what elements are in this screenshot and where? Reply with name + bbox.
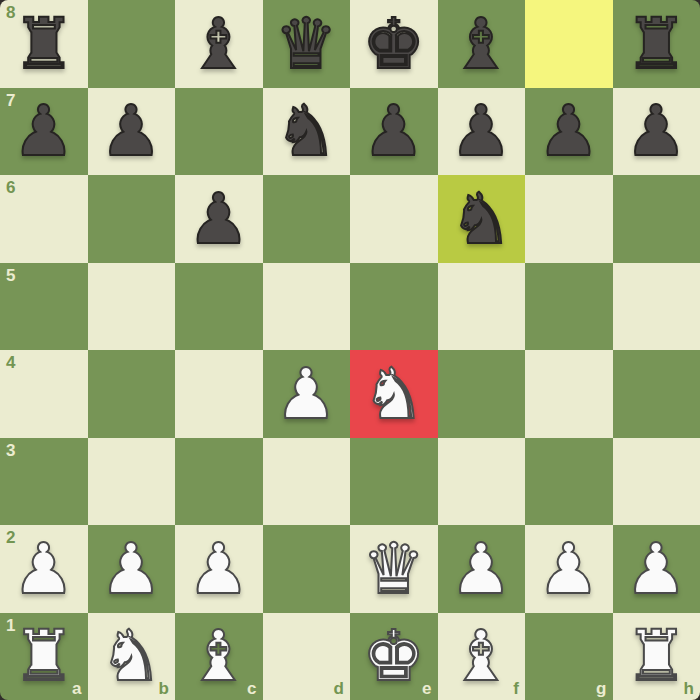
white-knight-icon[interactable]: ♞ xyxy=(350,350,438,438)
square-c3[interactable] xyxy=(175,438,263,526)
square-a1[interactable]: 1a♜ xyxy=(0,613,88,700)
black-knight-icon[interactable]: ♞ xyxy=(263,88,351,176)
black-pawn-icon[interactable]: ♟ xyxy=(0,88,88,176)
square-b1[interactable]: b♞ xyxy=(88,613,176,700)
black-pawn-icon[interactable]: ♟ xyxy=(525,88,613,176)
black-king-icon[interactable]: ♚ xyxy=(350,0,438,88)
square-h4[interactable] xyxy=(613,350,700,438)
square-a5[interactable]: 5 xyxy=(0,263,88,351)
square-e3[interactable] xyxy=(350,438,438,526)
black-queen-icon[interactable]: ♛ xyxy=(263,0,351,88)
square-c5[interactable] xyxy=(175,263,263,351)
white-bishop-icon[interactable]: ♝ xyxy=(438,613,526,700)
square-h3[interactable] xyxy=(613,438,700,526)
square-d1[interactable]: d xyxy=(263,613,351,700)
square-d2[interactable] xyxy=(263,525,351,613)
square-d4[interactable]: ♟ xyxy=(263,350,351,438)
square-c4[interactable] xyxy=(175,350,263,438)
square-e7[interactable]: ♟ xyxy=(350,88,438,176)
square-e1[interactable]: e♚ xyxy=(350,613,438,700)
square-g4[interactable] xyxy=(525,350,613,438)
black-pawn-icon[interactable]: ♟ xyxy=(613,88,700,176)
square-d5[interactable] xyxy=(263,263,351,351)
file-label-d: d xyxy=(334,680,344,697)
black-bishop-icon[interactable]: ♝ xyxy=(438,0,526,88)
rank-label-5: 5 xyxy=(6,267,15,284)
square-g5[interactable] xyxy=(525,263,613,351)
chess-board: 8♜♝♛♚♝♜7♟♟♞♟♟♟♟6♟♞54♟♞32♟♟♟♛♟♟♟1a♜b♞c♝de… xyxy=(0,0,700,700)
square-a8[interactable]: 8♜ xyxy=(0,0,88,88)
square-h1[interactable]: h♜ xyxy=(613,613,700,700)
black-pawn-icon[interactable]: ♟ xyxy=(438,88,526,176)
square-f4[interactable] xyxy=(438,350,526,438)
white-pawn-icon[interactable]: ♟ xyxy=(438,525,526,613)
square-b6[interactable] xyxy=(88,175,176,263)
square-h7[interactable]: ♟ xyxy=(613,88,700,176)
white-pawn-icon[interactable]: ♟ xyxy=(88,525,176,613)
square-e2[interactable]: ♛ xyxy=(350,525,438,613)
white-knight-icon[interactable]: ♞ xyxy=(88,613,176,700)
square-g7[interactable]: ♟ xyxy=(525,88,613,176)
square-f8[interactable]: ♝ xyxy=(438,0,526,88)
file-label-g: g xyxy=(596,680,606,697)
white-king-icon[interactable]: ♚ xyxy=(350,613,438,700)
black-pawn-icon[interactable]: ♟ xyxy=(175,175,263,263)
square-g2[interactable]: ♟ xyxy=(525,525,613,613)
white-pawn-icon[interactable]: ♟ xyxy=(525,525,613,613)
white-rook-icon[interactable]: ♜ xyxy=(0,613,88,700)
white-pawn-icon[interactable]: ♟ xyxy=(175,525,263,613)
square-g3[interactable] xyxy=(525,438,613,526)
square-h2[interactable]: ♟ xyxy=(613,525,700,613)
white-bishop-icon[interactable]: ♝ xyxy=(175,613,263,700)
square-d7[interactable]: ♞ xyxy=(263,88,351,176)
rank-label-3: 3 xyxy=(6,442,15,459)
square-h5[interactable] xyxy=(613,263,700,351)
square-f2[interactable]: ♟ xyxy=(438,525,526,613)
square-h8[interactable]: ♜ xyxy=(613,0,700,88)
white-queen-icon[interactable]: ♛ xyxy=(350,525,438,613)
square-c1[interactable]: c♝ xyxy=(175,613,263,700)
square-e5[interactable] xyxy=(350,263,438,351)
square-b8[interactable] xyxy=(88,0,176,88)
square-a2[interactable]: 2♟ xyxy=(0,525,88,613)
square-c6[interactable]: ♟ xyxy=(175,175,263,263)
black-pawn-icon[interactable]: ♟ xyxy=(350,88,438,176)
square-b7[interactable]: ♟ xyxy=(88,88,176,176)
rank-label-6: 6 xyxy=(6,179,15,196)
square-f1[interactable]: f♝ xyxy=(438,613,526,700)
square-e6[interactable] xyxy=(350,175,438,263)
white-rook-icon[interactable]: ♜ xyxy=(613,613,700,700)
square-h6[interactable] xyxy=(613,175,700,263)
square-b5[interactable] xyxy=(88,263,176,351)
white-pawn-icon[interactable]: ♟ xyxy=(263,350,351,438)
black-rook-icon[interactable]: ♜ xyxy=(0,0,88,88)
white-pawn-icon[interactable]: ♟ xyxy=(613,525,700,613)
square-g8[interactable] xyxy=(525,0,613,88)
rank-label-4: 4 xyxy=(6,354,15,371)
square-b4[interactable] xyxy=(88,350,176,438)
square-g1[interactable]: g xyxy=(525,613,613,700)
square-d8[interactable]: ♛ xyxy=(263,0,351,88)
square-c7[interactable] xyxy=(175,88,263,176)
black-knight-icon[interactable]: ♞ xyxy=(438,175,526,263)
square-d3[interactable] xyxy=(263,438,351,526)
black-pawn-icon[interactable]: ♟ xyxy=(88,88,176,176)
square-a4[interactable]: 4 xyxy=(0,350,88,438)
square-b2[interactable]: ♟ xyxy=(88,525,176,613)
square-g6[interactable] xyxy=(525,175,613,263)
black-rook-icon[interactable]: ♜ xyxy=(613,0,700,88)
square-f6[interactable]: ♞ xyxy=(438,175,526,263)
square-a3[interactable]: 3 xyxy=(0,438,88,526)
square-c2[interactable]: ♟ xyxy=(175,525,263,613)
square-a6[interactable]: 6 xyxy=(0,175,88,263)
square-e8[interactable]: ♚ xyxy=(350,0,438,88)
square-f3[interactable] xyxy=(438,438,526,526)
black-bishop-icon[interactable]: ♝ xyxy=(175,0,263,88)
square-f5[interactable] xyxy=(438,263,526,351)
square-e4[interactable]: ♞ xyxy=(350,350,438,438)
square-f7[interactable]: ♟ xyxy=(438,88,526,176)
square-a7[interactable]: 7♟ xyxy=(0,88,88,176)
white-pawn-icon[interactable]: ♟ xyxy=(0,525,88,613)
square-c8[interactable]: ♝ xyxy=(175,0,263,88)
square-b3[interactable] xyxy=(88,438,176,526)
square-d6[interactable] xyxy=(263,175,351,263)
